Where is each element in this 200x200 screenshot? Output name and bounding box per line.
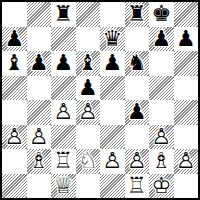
square-f8[interactable]: ♜	[125, 2, 150, 27]
square-e3[interactable]	[100, 125, 125, 150]
square-a3[interactable]: ♟♙	[2, 125, 27, 150]
square-f5[interactable]	[125, 76, 150, 101]
square-a4[interactable]	[2, 100, 27, 125]
square-h8[interactable]	[174, 2, 199, 27]
square-h6[interactable]	[174, 51, 199, 76]
square-e5[interactable]	[100, 76, 125, 101]
chess-board: ♜♜♚♟♛♟♟♝♟♟♝♟♞♟♟♙♟♙♟♟♙♟♙♟♙♝♗♜♖♞♘♟♙♟♙♝♗♟♙♛…	[2, 2, 198, 198]
square-g8[interactable]: ♚	[149, 2, 174, 27]
square-e4[interactable]	[100, 100, 125, 125]
white-pawn[interactable]: ♟♙	[100, 149, 125, 174]
square-b2[interactable]: ♝♗	[27, 149, 52, 174]
square-a2[interactable]	[2, 149, 27, 174]
square-c7[interactable]	[51, 27, 76, 52]
white-bishop[interactable]: ♝♗	[27, 149, 52, 174]
square-a6[interactable]: ♝	[2, 51, 27, 76]
square-g3[interactable]: ♟♙	[149, 125, 174, 150]
square-c6[interactable]: ♟	[51, 51, 76, 76]
black-pawn[interactable]: ♟	[125, 100, 150, 125]
square-c2[interactable]: ♜♖	[51, 149, 76, 174]
black-pawn[interactable]: ♟	[27, 51, 52, 76]
square-a5[interactable]	[2, 76, 27, 101]
square-b1[interactable]	[27, 174, 52, 199]
chess-board-frame: ♜♜♚♟♛♟♟♝♟♟♝♟♞♟♟♙♟♙♟♟♙♟♙♟♙♝♗♜♖♞♘♟♙♟♙♝♗♟♙♛…	[0, 0, 200, 200]
black-bishop[interactable]: ♝	[76, 51, 101, 76]
black-pawn[interactable]: ♟	[76, 76, 101, 101]
white-pawn[interactable]: ♟♙	[149, 125, 174, 150]
square-g6[interactable]	[149, 51, 174, 76]
white-pawn[interactable]: ♟♙	[125, 149, 150, 174]
square-d4[interactable]: ♟♙	[76, 100, 101, 125]
square-d8[interactable]	[76, 2, 101, 27]
square-f1[interactable]: ♜♖	[125, 174, 150, 199]
square-d5[interactable]: ♟	[76, 76, 101, 101]
square-a1[interactable]	[2, 174, 27, 199]
white-pawn[interactable]: ♟♙	[2, 125, 27, 150]
white-rook[interactable]: ♜♖	[51, 149, 76, 174]
square-g2[interactable]: ♝♗	[149, 149, 174, 174]
square-c3[interactable]	[51, 125, 76, 150]
square-e7[interactable]: ♛	[100, 27, 125, 52]
black-pawn[interactable]: ♟	[100, 51, 125, 76]
square-g4[interactable]	[149, 100, 174, 125]
white-king[interactable]: ♚♔	[149, 174, 174, 199]
white-pawn[interactable]: ♟♙	[51, 100, 76, 125]
square-h4[interactable]	[174, 100, 199, 125]
square-c5[interactable]	[51, 76, 76, 101]
black-queen[interactable]: ♛	[100, 27, 125, 52]
white-pawn[interactable]: ♟♙	[174, 149, 199, 174]
square-b3[interactable]: ♟♙	[27, 125, 52, 150]
square-g1[interactable]: ♚♔	[149, 174, 174, 199]
black-pawn[interactable]: ♟	[51, 51, 76, 76]
square-f6[interactable]: ♞	[125, 51, 150, 76]
square-b7[interactable]	[27, 27, 52, 52]
black-pawn[interactable]: ♟	[149, 27, 174, 52]
black-rook[interactable]: ♜	[51, 2, 76, 27]
square-a8[interactable]	[2, 2, 27, 27]
square-h5[interactable]	[174, 76, 199, 101]
black-knight[interactable]: ♞	[125, 51, 150, 76]
square-d3[interactable]	[76, 125, 101, 150]
black-pawn[interactable]: ♟	[2, 27, 27, 52]
square-h1[interactable]	[174, 174, 199, 199]
square-h3[interactable]	[174, 125, 199, 150]
square-g5[interactable]	[149, 76, 174, 101]
white-queen[interactable]: ♛♕	[51, 174, 76, 199]
square-d6[interactable]: ♝	[76, 51, 101, 76]
white-pawn[interactable]: ♟♙	[27, 125, 52, 150]
white-rook[interactable]: ♜♖	[125, 174, 150, 199]
square-b8[interactable]	[27, 2, 52, 27]
square-d1[interactable]	[76, 174, 101, 199]
square-g7[interactable]: ♟	[149, 27, 174, 52]
black-king[interactable]: ♚	[149, 2, 174, 27]
white-pawn[interactable]: ♟♙	[76, 100, 101, 125]
square-e6[interactable]: ♟	[100, 51, 125, 76]
square-c4[interactable]: ♟♙	[51, 100, 76, 125]
white-bishop[interactable]: ♝♗	[149, 149, 174, 174]
white-knight[interactable]: ♞♘	[76, 149, 101, 174]
square-h7[interactable]: ♟	[174, 27, 199, 52]
square-e8[interactable]	[100, 2, 125, 27]
square-d7[interactable]	[76, 27, 101, 52]
square-f3[interactable]	[125, 125, 150, 150]
square-h2[interactable]: ♟♙	[174, 149, 199, 174]
square-b5[interactable]	[27, 76, 52, 101]
square-e1[interactable]	[100, 174, 125, 199]
square-b4[interactable]	[27, 100, 52, 125]
black-bishop[interactable]: ♝	[2, 51, 27, 76]
square-b6[interactable]: ♟	[27, 51, 52, 76]
square-d2[interactable]: ♞♘	[76, 149, 101, 174]
square-e2[interactable]: ♟♙	[100, 149, 125, 174]
black-rook[interactable]: ♜	[125, 2, 150, 27]
square-f7[interactable]	[125, 27, 150, 52]
square-a7[interactable]: ♟	[2, 27, 27, 52]
square-f4[interactable]: ♟	[125, 100, 150, 125]
square-c1[interactable]: ♛♕	[51, 174, 76, 199]
square-f2[interactable]: ♟♙	[125, 149, 150, 174]
black-pawn[interactable]: ♟	[174, 27, 199, 52]
square-c8[interactable]: ♜	[51, 2, 76, 27]
